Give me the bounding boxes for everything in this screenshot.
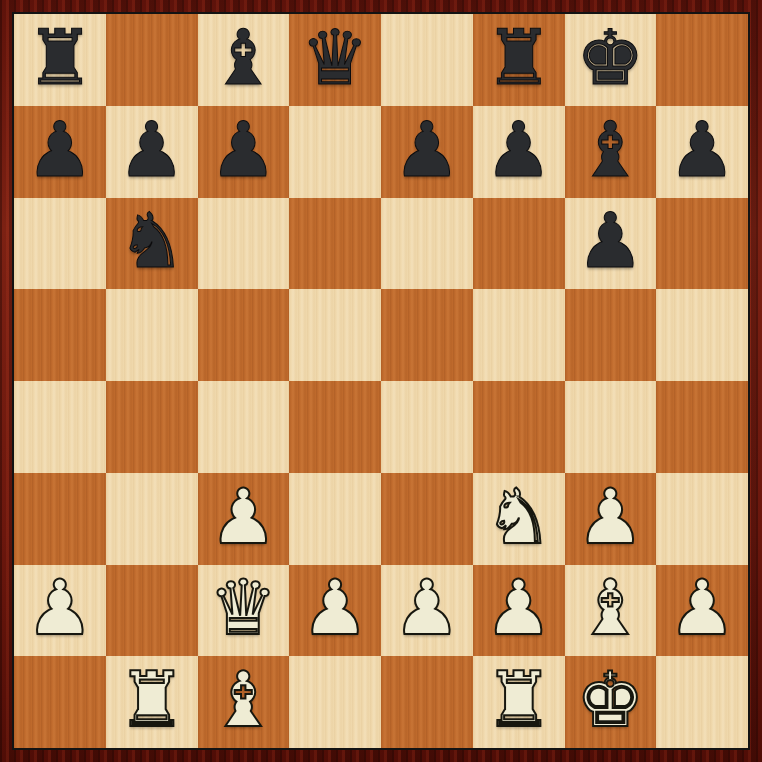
square-h1[interactable] <box>656 656 748 748</box>
piece-white-pawn[interactable]: ♟ <box>26 570 94 646</box>
square-f7[interactable]: ♟ <box>473 106 565 198</box>
piece-white-pawn[interactable]: ♟ <box>576 479 644 555</box>
square-c1[interactable]: ♝ <box>198 656 290 748</box>
square-f4[interactable] <box>473 381 565 473</box>
square-c7[interactable]: ♟ <box>198 106 290 198</box>
square-c3[interactable]: ♟ <box>198 473 290 565</box>
piece-black-pawn[interactable]: ♟ <box>485 112 553 188</box>
piece-black-bishop[interactable]: ♝ <box>576 112 644 188</box>
piece-black-pawn[interactable]: ♟ <box>668 112 736 188</box>
square-e6[interactable] <box>381 198 473 290</box>
square-a5[interactable] <box>14 289 106 381</box>
square-f5[interactable] <box>473 289 565 381</box>
piece-black-pawn[interactable]: ♟ <box>118 112 186 188</box>
square-g1[interactable]: ♚ <box>565 656 657 748</box>
square-d1[interactable] <box>289 656 381 748</box>
square-a6[interactable] <box>14 198 106 290</box>
square-e3[interactable] <box>381 473 473 565</box>
square-c6[interactable] <box>198 198 290 290</box>
square-b7[interactable]: ♟ <box>106 106 198 198</box>
square-h5[interactable] <box>656 289 748 381</box>
piece-white-pawn[interactable]: ♟ <box>209 479 277 555</box>
square-b6[interactable]: ♞ <box>106 198 198 290</box>
piece-white-rook[interactable]: ♜ <box>118 662 186 738</box>
square-d6[interactable] <box>289 198 381 290</box>
piece-white-knight[interactable]: ♞ <box>485 479 553 555</box>
square-d2[interactable]: ♟ <box>289 565 381 657</box>
square-f3[interactable]: ♞ <box>473 473 565 565</box>
square-f6[interactable] <box>473 198 565 290</box>
piece-white-pawn[interactable]: ♟ <box>485 570 553 646</box>
square-e1[interactable] <box>381 656 473 748</box>
square-f8[interactable]: ♜ <box>473 14 565 106</box>
square-g7[interactable]: ♝ <box>565 106 657 198</box>
square-e2[interactable]: ♟ <box>381 565 473 657</box>
piece-black-pawn[interactable]: ♟ <box>26 112 94 188</box>
square-e7[interactable]: ♟ <box>381 106 473 198</box>
piece-white-bishop[interactable]: ♝ <box>209 662 277 738</box>
piece-white-pawn[interactable]: ♟ <box>301 570 369 646</box>
square-c8[interactable]: ♝ <box>198 14 290 106</box>
square-g6[interactable]: ♟ <box>565 198 657 290</box>
piece-black-bishop[interactable]: ♝ <box>209 20 277 96</box>
piece-white-pawn[interactable]: ♟ <box>668 570 736 646</box>
piece-white-king[interactable]: ♚ <box>576 662 644 738</box>
chess-board: ♜♝♛♜♚♟♟♟♟♟♝♟♞♟♟♞♟♟♛♟♟♟♝♟♜♝♜♚ <box>12 12 750 750</box>
piece-black-rook[interactable]: ♜ <box>485 20 553 96</box>
square-a8[interactable]: ♜ <box>14 14 106 106</box>
piece-white-bishop[interactable]: ♝ <box>576 570 644 646</box>
square-h6[interactable] <box>656 198 748 290</box>
square-a7[interactable]: ♟ <box>14 106 106 198</box>
square-d7[interactable] <box>289 106 381 198</box>
square-d4[interactable] <box>289 381 381 473</box>
square-h3[interactable] <box>656 473 748 565</box>
square-a4[interactable] <box>14 381 106 473</box>
square-g5[interactable] <box>565 289 657 381</box>
square-a3[interactable] <box>14 473 106 565</box>
square-b2[interactable] <box>106 565 198 657</box>
square-g8[interactable]: ♚ <box>565 14 657 106</box>
piece-white-pawn[interactable]: ♟ <box>393 570 461 646</box>
square-a2[interactable]: ♟ <box>14 565 106 657</box>
square-a1[interactable] <box>14 656 106 748</box>
square-d8[interactable]: ♛ <box>289 14 381 106</box>
piece-black-pawn[interactable]: ♟ <box>393 112 461 188</box>
piece-black-knight[interactable]: ♞ <box>118 203 186 279</box>
piece-black-pawn[interactable]: ♟ <box>209 112 277 188</box>
square-e4[interactable] <box>381 381 473 473</box>
square-b8[interactable] <box>106 14 198 106</box>
piece-black-pawn[interactable]: ♟ <box>576 203 644 279</box>
square-f2[interactable]: ♟ <box>473 565 565 657</box>
square-d5[interactable] <box>289 289 381 381</box>
square-h7[interactable]: ♟ <box>656 106 748 198</box>
square-b5[interactable] <box>106 289 198 381</box>
square-d3[interactable] <box>289 473 381 565</box>
piece-white-queen[interactable]: ♛ <box>209 570 277 646</box>
piece-black-rook[interactable]: ♜ <box>26 20 94 96</box>
square-c5[interactable] <box>198 289 290 381</box>
square-e8[interactable] <box>381 14 473 106</box>
board-frame: ♜♝♛♜♚♟♟♟♟♟♝♟♞♟♟♞♟♟♛♟♟♟♝♟♜♝♜♚ <box>0 0 762 762</box>
piece-black-king[interactable]: ♚ <box>576 20 644 96</box>
square-h8[interactable] <box>656 14 748 106</box>
piece-black-queen[interactable]: ♛ <box>301 20 369 96</box>
square-h2[interactable]: ♟ <box>656 565 748 657</box>
square-f1[interactable]: ♜ <box>473 656 565 748</box>
square-e5[interactable] <box>381 289 473 381</box>
square-c2[interactable]: ♛ <box>198 565 290 657</box>
square-g4[interactable] <box>565 381 657 473</box>
square-g2[interactable]: ♝ <box>565 565 657 657</box>
square-b3[interactable] <box>106 473 198 565</box>
square-g3[interactable]: ♟ <box>565 473 657 565</box>
square-b1[interactable]: ♜ <box>106 656 198 748</box>
square-b4[interactable] <box>106 381 198 473</box>
square-h4[interactable] <box>656 381 748 473</box>
square-c4[interactable] <box>198 381 290 473</box>
piece-white-rook[interactable]: ♜ <box>485 662 553 738</box>
